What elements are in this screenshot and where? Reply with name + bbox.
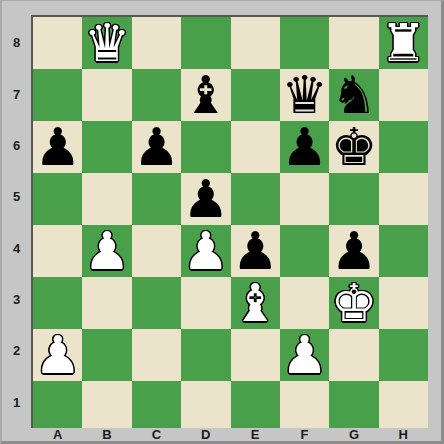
black-pawn[interactable]: ♟: [281, 121, 328, 173]
square-e3[interactable]: ♝: [231, 277, 280, 329]
square-f1[interactable]: [280, 381, 329, 428]
black-queen[interactable]: ♛: [281, 69, 328, 121]
square-a4[interactable]: [33, 225, 82, 277]
square-f5[interactable]: [280, 173, 329, 225]
square-d8[interactable]: [181, 17, 230, 69]
square-a1[interactable]: [33, 381, 82, 428]
white-pawn[interactable]: ♟: [34, 329, 81, 381]
square-a7[interactable]: [33, 69, 82, 121]
square-c6[interactable]: ♟: [132, 121, 181, 173]
square-f2[interactable]: ♟: [280, 329, 329, 381]
square-h3[interactable]: [379, 277, 428, 329]
square-g7[interactable]: ♞: [329, 69, 378, 121]
square-h7[interactable]: [379, 69, 428, 121]
square-g3[interactable]: ♚: [329, 277, 378, 329]
square-a5[interactable]: [33, 173, 82, 225]
square-f4[interactable]: [280, 225, 329, 277]
white-bishop[interactable]: ♝: [232, 277, 279, 329]
square-b5[interactable]: [82, 173, 131, 225]
square-a3[interactable]: [33, 277, 82, 329]
square-f6[interactable]: ♟: [280, 121, 329, 173]
square-d4[interactable]: ♟: [181, 225, 230, 277]
black-pawn[interactable]: ♟: [183, 173, 230, 225]
board-border: ♛♜♝♛♞♟♟♟♚♟♟♟♟♟♝♚♟♟: [31, 15, 428, 428]
square-b1[interactable]: [82, 381, 131, 428]
white-rook[interactable]: ♜: [380, 17, 427, 69]
square-e6[interactable]: [231, 121, 280, 173]
file-label-b: B: [82, 428, 131, 441]
square-c4[interactable]: [132, 225, 181, 277]
square-h8[interactable]: ♜: [379, 17, 428, 69]
file-label-h: H: [379, 428, 428, 441]
square-g5[interactable]: [329, 173, 378, 225]
square-c7[interactable]: [132, 69, 181, 121]
square-f3[interactable]: [280, 277, 329, 329]
square-a8[interactable]: [33, 17, 82, 69]
white-king[interactable]: ♚: [331, 277, 378, 329]
square-e7[interactable]: [231, 69, 280, 121]
square-d2[interactable]: [181, 329, 230, 381]
rank-label-4: 4: [2, 223, 31, 274]
square-e2[interactable]: [231, 329, 280, 381]
square-e5[interactable]: [231, 173, 280, 225]
square-e1[interactable]: [231, 381, 280, 428]
square-e8[interactable]: [231, 17, 280, 69]
black-pawn[interactable]: ♟: [232, 225, 279, 277]
black-king[interactable]: ♚: [331, 121, 378, 173]
square-c2[interactable]: [132, 329, 181, 381]
rank-label-1: 1: [2, 377, 31, 428]
square-a2[interactable]: ♟: [33, 329, 82, 381]
square-b2[interactable]: [82, 329, 131, 381]
rank-labels: 87654321: [2, 17, 31, 428]
square-c5[interactable]: [132, 173, 181, 225]
square-b6[interactable]: [82, 121, 131, 173]
black-pawn[interactable]: ♟: [133, 121, 180, 173]
square-e4[interactable]: ♟: [231, 225, 280, 277]
rank-label-8: 8: [2, 17, 31, 68]
square-h1[interactable]: [379, 381, 428, 428]
square-d6[interactable]: [181, 121, 230, 173]
file-label-e: E: [231, 428, 280, 441]
rank-label-2: 2: [2, 325, 31, 376]
rank-label-5: 5: [2, 171, 31, 222]
square-h6[interactable]: [379, 121, 428, 173]
square-c3[interactable]: [132, 277, 181, 329]
square-d1[interactable]: [181, 381, 230, 428]
board: ♛♜♝♛♞♟♟♟♚♟♟♟♟♟♝♚♟♟: [33, 17, 428, 428]
white-pawn[interactable]: ♟: [281, 329, 328, 381]
square-h5[interactable]: [379, 173, 428, 225]
chessboard-frame: 87654321 ♛♜♝♛♞♟♟♟♚♟♟♟♟♟♝♚♟♟ ABCDEFGH: [0, 0, 444, 444]
white-pawn[interactable]: ♟: [183, 225, 230, 277]
square-f8[interactable]: [280, 17, 329, 69]
file-label-a: A: [33, 428, 82, 441]
square-b7[interactable]: [82, 69, 131, 121]
square-g6[interactable]: ♚: [329, 121, 378, 173]
square-g4[interactable]: ♟: [329, 225, 378, 277]
square-b8[interactable]: ♛: [82, 17, 131, 69]
black-pawn[interactable]: ♟: [34, 121, 81, 173]
rank-label-7: 7: [2, 68, 31, 119]
square-h2[interactable]: [379, 329, 428, 381]
black-pawn[interactable]: ♟: [331, 225, 378, 277]
square-c1[interactable]: [132, 381, 181, 428]
rank-label-3: 3: [2, 274, 31, 325]
square-g1[interactable]: [329, 381, 378, 428]
file-label-f: F: [280, 428, 329, 441]
square-d3[interactable]: [181, 277, 230, 329]
file-label-g: G: [329, 428, 378, 441]
square-d7[interactable]: ♝: [181, 69, 230, 121]
file-labels: ABCDEFGH: [33, 428, 428, 441]
rank-label-6: 6: [2, 120, 31, 171]
black-knight[interactable]: ♞: [331, 69, 378, 121]
white-queen[interactable]: ♛: [84, 17, 131, 69]
square-a6[interactable]: ♟: [33, 121, 82, 173]
square-h4[interactable]: [379, 225, 428, 277]
square-g2[interactable]: [329, 329, 378, 381]
white-pawn[interactable]: ♟: [84, 225, 131, 277]
square-d5[interactable]: ♟: [181, 173, 230, 225]
square-f7[interactable]: ♛: [280, 69, 329, 121]
square-b3[interactable]: [82, 277, 131, 329]
file-label-c: C: [132, 428, 181, 441]
square-c8[interactable]: [132, 17, 181, 69]
square-g8[interactable]: [329, 17, 378, 69]
file-label-d: D: [181, 428, 230, 441]
black-bishop[interactable]: ♝: [183, 69, 230, 121]
square-b4[interactable]: ♟: [82, 225, 131, 277]
